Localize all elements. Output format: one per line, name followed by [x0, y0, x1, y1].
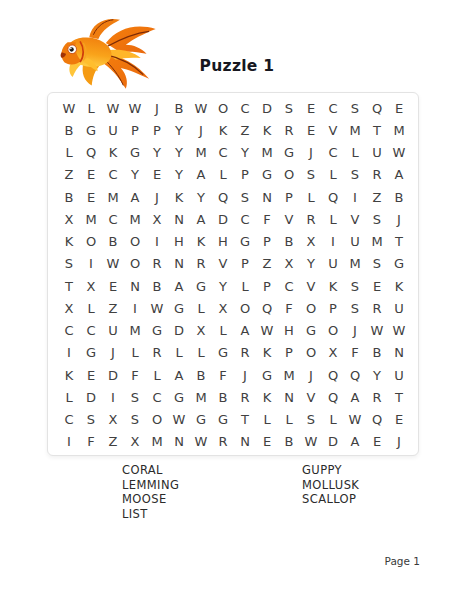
grid-cell[interactable]: O — [124, 231, 146, 253]
grid-cell[interactable]: T — [388, 231, 410, 253]
grid-cell[interactable]: R — [190, 253, 212, 275]
grid-cell[interactable]: X — [212, 297, 234, 319]
grid-cell[interactable]: S — [278, 97, 300, 119]
grid-cell[interactable]: M — [190, 142, 212, 164]
grid-cell[interactable]: A — [168, 275, 190, 297]
grid-cell[interactable]: M — [256, 142, 278, 164]
grid-cell[interactable]: X — [58, 208, 80, 230]
grid-cell[interactable]: C — [58, 409, 80, 431]
grid-cell[interactable]: J — [300, 364, 322, 386]
grid-cell[interactable]: K — [212, 119, 234, 141]
grid-cell[interactable]: K — [322, 275, 344, 297]
word-list-item: GUPPY — [302, 463, 359, 478]
grid-cell[interactable]: J — [388, 208, 410, 230]
grid-cell[interactable]: P — [124, 119, 146, 141]
grid-cell[interactable]: L — [212, 164, 234, 186]
grid-cell[interactable]: Z — [58, 164, 80, 186]
grid-cell[interactable]: M — [124, 208, 146, 230]
grid-cell[interactable]: B — [168, 97, 190, 119]
grid-cell[interactable]: I — [344, 186, 366, 208]
grid-cell[interactable]: Y — [234, 142, 256, 164]
grid-cell[interactable]: E — [102, 275, 124, 297]
grid-cell[interactable]: U — [366, 142, 388, 164]
grid-cell[interactable]: X — [102, 409, 124, 431]
grid-cell[interactable]: A — [190, 208, 212, 230]
word-list-item: CORAL — [122, 463, 179, 478]
grid-cell[interactable]: C — [234, 97, 256, 119]
grid-cell[interactable]: I — [322, 231, 344, 253]
grid-cell[interactable]: R — [278, 119, 300, 141]
grid-cell[interactable]: Y — [300, 253, 322, 275]
grid-cell[interactable]: W — [300, 431, 322, 453]
grid-cell[interactable]: V — [212, 253, 234, 275]
grid-cell[interactable]: G — [146, 320, 168, 342]
grid-cell[interactable]: G — [190, 275, 212, 297]
grid-cell[interactable]: W — [388, 142, 410, 164]
grid-cell[interactable]: V — [300, 386, 322, 408]
grid-cell[interactable]: P — [234, 253, 256, 275]
grid-cell[interactable]: S — [366, 208, 388, 230]
grid-cell[interactable]: M — [344, 119, 366, 141]
grid-cell[interactable]: V — [322, 119, 344, 141]
grid-cell[interactable]: S — [58, 253, 80, 275]
grid-cell[interactable]: K — [102, 142, 124, 164]
grid-cell[interactable]: D — [168, 320, 190, 342]
grid-cell[interactable]: X — [80, 275, 102, 297]
grid-cell[interactable]: L — [344, 142, 366, 164]
grid-cell[interactable]: L — [190, 297, 212, 319]
grid-cell[interactable]: L — [322, 164, 344, 186]
goldfish-image — [56, 14, 164, 92]
grid-cell[interactable]: W — [102, 97, 124, 119]
grid-cell[interactable]: C — [322, 97, 344, 119]
grid-cell[interactable]: U — [102, 119, 124, 141]
grid-cell[interactable]: H — [168, 231, 190, 253]
grid-cell[interactable]: L — [190, 342, 212, 364]
grid-cell[interactable]: W — [168, 409, 190, 431]
grid-cell[interactable]: L — [168, 342, 190, 364]
grid-cell[interactable]: M — [388, 119, 410, 141]
grid-cell[interactable]: J — [300, 142, 322, 164]
grid-cell[interactable]: K — [168, 186, 190, 208]
grid-cell[interactable]: X — [322, 342, 344, 364]
grid-cell[interactable]: O — [146, 409, 168, 431]
grid-cell[interactable]: P — [146, 119, 168, 141]
grid-cell[interactable]: O — [278, 164, 300, 186]
grid-cell[interactable]: C — [322, 142, 344, 164]
grid-cell[interactable]: A — [344, 431, 366, 453]
grid-cell[interactable]: T — [388, 386, 410, 408]
grid-cell[interactable]: C — [278, 275, 300, 297]
grid-cell[interactable]: J — [190, 119, 212, 141]
grid-cell[interactable]: G — [278, 142, 300, 164]
grid-cell[interactable]: R — [212, 431, 234, 453]
grid-cell[interactable]: G — [168, 297, 190, 319]
grid-cell[interactable]: U — [344, 231, 366, 253]
grid-cell[interactable]: E — [80, 164, 102, 186]
grid-cell[interactable]: F — [344, 342, 366, 364]
grid-cell[interactable]: Y — [212, 275, 234, 297]
grid-cell[interactable]: G — [256, 364, 278, 386]
grid-cell[interactable]: W — [102, 253, 124, 275]
grid-cell[interactable]: M — [366, 231, 388, 253]
grid-cell[interactable]: Q — [344, 364, 366, 386]
grid-cell[interactable]: S — [344, 164, 366, 186]
grid-cell[interactable]: G — [190, 409, 212, 431]
grid-cell[interactable]: S — [344, 297, 366, 319]
puzzle-page: Puzzle 1 WLWWJBWOCDSECSQEBGUPPYJKZKREVMT… — [0, 0, 474, 613]
grid-cell[interactable]: D — [322, 431, 344, 453]
grid-cell[interactable]: Q — [366, 97, 388, 119]
grid-cell[interactable]: S — [234, 186, 256, 208]
grid-cell[interactable]: F — [212, 364, 234, 386]
grid-cell[interactable]: A — [168, 364, 190, 386]
grid-cell[interactable]: R — [234, 342, 256, 364]
grid-cell[interactable]: B — [146, 275, 168, 297]
grid-cell[interactable]: A — [124, 186, 146, 208]
grid-cell[interactable]: Y — [124, 164, 146, 186]
grid-cell[interactable]: P — [256, 275, 278, 297]
grid-cell[interactable]: S — [300, 164, 322, 186]
grid-cell[interactable]: S — [366, 253, 388, 275]
grid-cell[interactable]: W — [58, 97, 80, 119]
word-list-right: GUPPYMOLLUSKSCALLOP — [302, 463, 359, 507]
grid-cell[interactable]: W — [344, 409, 366, 431]
grid-cell[interactable]: L — [58, 142, 80, 164]
grid-cell[interactable]: V — [300, 275, 322, 297]
grid-cell[interactable]: X — [58, 297, 80, 319]
grid-cell[interactable]: R — [146, 342, 168, 364]
grid-cell[interactable]: R — [366, 164, 388, 186]
grid-cell[interactable]: U — [388, 364, 410, 386]
grid-cell[interactable]: Y — [168, 119, 190, 141]
grid-cell[interactable]: G — [212, 342, 234, 364]
word-list-item: MOOSE — [122, 492, 179, 507]
grid-cell[interactable]: U — [388, 297, 410, 319]
grid-cell[interactable]: Y — [168, 142, 190, 164]
grid-cell[interactable]: U — [322, 253, 344, 275]
grid-cell[interactable]: I — [58, 342, 80, 364]
grid-cell[interactable]: Y — [190, 186, 212, 208]
grid-cell[interactable]: J — [388, 431, 410, 453]
grid-cell[interactable]: N — [168, 253, 190, 275]
grid-cell[interactable]: Z — [102, 431, 124, 453]
grid-cell[interactable]: G — [256, 164, 278, 186]
grid-cell[interactable]: M — [190, 386, 212, 408]
grid-cell[interactable]: E — [80, 186, 102, 208]
grid-cell[interactable]: I — [102, 386, 124, 408]
grid-cell[interactable]: B — [212, 386, 234, 408]
grid-cell[interactable]: N — [234, 431, 256, 453]
grid-cell[interactable]: D — [256, 97, 278, 119]
grid-cell[interactable]: R — [234, 386, 256, 408]
grid-cell[interactable]: K — [58, 231, 80, 253]
grid-cell[interactable]: X — [146, 208, 168, 230]
grid-cell[interactable]: J — [102, 342, 124, 364]
grid-cell[interactable]: K — [256, 119, 278, 141]
grid-cell[interactable]: Y — [168, 164, 190, 186]
grid-cell[interactable]: D — [80, 386, 102, 408]
grid-cell[interactable]: M — [80, 208, 102, 230]
grid-cell[interactable]: K — [58, 364, 80, 386]
grid-cell[interactable]: C — [102, 164, 124, 186]
grid-cell[interactable]: E — [146, 164, 168, 186]
grid-cell[interactable]: Q — [322, 386, 344, 408]
grid-cell[interactable]: L — [322, 208, 344, 230]
grid-cell[interactable]: A — [190, 164, 212, 186]
grid-cell[interactable]: N — [256, 186, 278, 208]
grid-cell[interactable]: L — [234, 275, 256, 297]
grid-cell[interactable]: J — [344, 320, 366, 342]
grid-cell[interactable]: L — [256, 409, 278, 431]
grid-cell[interactable]: O — [234, 297, 256, 319]
grid-cell[interactable]: I — [146, 231, 168, 253]
grid-cell[interactable]: O — [212, 97, 234, 119]
grid-cell[interactable]: W — [190, 431, 212, 453]
grid-cell[interactable]: O — [80, 231, 102, 253]
grid-cell[interactable]: S — [124, 386, 146, 408]
grid-cell[interactable]: C — [212, 142, 234, 164]
grid-cell[interactable]: I — [124, 297, 146, 319]
grid-cell[interactable]: B — [102, 231, 124, 253]
grid-cell[interactable]: T — [366, 119, 388, 141]
word-list-item: MOLLUSK — [302, 478, 359, 493]
grid-cell[interactable]: Z — [234, 119, 256, 141]
grid-cell[interactable]: M — [278, 364, 300, 386]
grid-cell[interactable]: O — [322, 320, 344, 342]
grid-cell[interactable]: W — [124, 97, 146, 119]
grid-cell[interactable]: G — [388, 253, 410, 275]
word-search-card: WLWWJBWOCDSECSQEBGUPPYJKZKREVMTMLQKGYYMC… — [47, 92, 419, 456]
page-number: Page 1 — [385, 555, 420, 567]
grid-cell[interactable]: X — [300, 231, 322, 253]
grid-cell[interactable]: X — [190, 320, 212, 342]
grid-cell[interactable]: B — [278, 431, 300, 453]
grid-cell[interactable]: B — [366, 342, 388, 364]
grid-cell[interactable]: P — [234, 164, 256, 186]
grid-cell[interactable]: W — [256, 320, 278, 342]
grid-cell[interactable]: H — [278, 320, 300, 342]
grid-cell[interactable]: O — [300, 297, 322, 319]
grid-cell[interactable]: O — [124, 253, 146, 275]
grid-cell[interactable]: Z — [102, 297, 124, 319]
grid-cell[interactable]: K — [256, 386, 278, 408]
grid-cell[interactable]: E — [256, 431, 278, 453]
grid-cell[interactable]: V — [344, 208, 366, 230]
grid-cell[interactable]: V — [278, 208, 300, 230]
grid-cell[interactable]: E — [388, 97, 410, 119]
grid-cell[interactable]: M — [344, 253, 366, 275]
grid-cell[interactable]: Q — [256, 297, 278, 319]
grid-cell[interactable]: Q — [322, 364, 344, 386]
grid-cell[interactable]: C — [80, 320, 102, 342]
grid-cell[interactable]: Q — [80, 142, 102, 164]
grid-cell[interactable]: S — [124, 409, 146, 431]
grid-cell[interactable]: L — [80, 297, 102, 319]
grid-cell[interactable]: N — [168, 431, 190, 453]
grid-cell[interactable]: S — [344, 97, 366, 119]
grid-cell[interactable]: C — [234, 208, 256, 230]
grid-cell[interactable]: X — [278, 253, 300, 275]
grid-cell[interactable]: G — [80, 342, 102, 364]
grid-cell[interactable]: N — [124, 275, 146, 297]
grid-cell[interactable]: L — [300, 186, 322, 208]
grid-cell[interactable]: F — [80, 431, 102, 453]
page-title: Puzzle 1 — [0, 57, 474, 75]
grid-cell[interactable]: C — [102, 208, 124, 230]
grid-cell[interactable]: G — [168, 386, 190, 408]
grid-cell[interactable]: I — [58, 431, 80, 453]
grid-cell[interactable]: L — [58, 386, 80, 408]
grid-cell[interactable]: S — [344, 275, 366, 297]
grid-cell[interactable]: Z — [256, 253, 278, 275]
grid-cell[interactable]: L — [146, 364, 168, 386]
grid-cell[interactable]: W — [388, 320, 410, 342]
grid-cell[interactable]: B — [190, 364, 212, 386]
grid-cell[interactable]: Q — [212, 186, 234, 208]
grid-cell[interactable]: L — [278, 409, 300, 431]
grid-cell[interactable]: T — [58, 275, 80, 297]
grid-cell[interactable]: G — [212, 409, 234, 431]
grid-cell[interactable]: G — [300, 320, 322, 342]
grid-cell[interactable]: Y — [146, 142, 168, 164]
grid-cell[interactable]: F — [278, 297, 300, 319]
grid-cell[interactable]: X — [124, 431, 146, 453]
grid-cell[interactable]: E — [80, 364, 102, 386]
word-list-left: CORALLEMMINGMOOSELIST — [122, 463, 179, 522]
word-grid: WLWWJBWOCDSECSQEBGUPPYJKZKREVMTMLQKGYYMC… — [58, 97, 410, 453]
grid-cell[interactable]: P — [278, 342, 300, 364]
grid-cell[interactable]: O — [300, 342, 322, 364]
grid-cell[interactable]: B — [58, 119, 80, 141]
grid-cell[interactable]: B — [278, 231, 300, 253]
grid-cell[interactable]: N — [388, 342, 410, 364]
grid-cell[interactable]: R — [300, 208, 322, 230]
grid-cell[interactable]: A — [234, 320, 256, 342]
grid-cell[interactable]: F — [256, 208, 278, 230]
grid-cell[interactable]: E — [300, 119, 322, 141]
grid-cell[interactable]: D — [102, 364, 124, 386]
grid-cell[interactable]: K — [256, 342, 278, 364]
grid-cell[interactable]: H — [212, 231, 234, 253]
grid-cell[interactable]: B — [58, 186, 80, 208]
grid-cell[interactable]: S — [300, 409, 322, 431]
grid-cell[interactable]: L — [124, 342, 146, 364]
grid-cell[interactable]: C — [146, 386, 168, 408]
grid-cell[interactable]: R — [366, 386, 388, 408]
grid-cell[interactable]: L — [80, 97, 102, 119]
grid-cell[interactable]: W — [146, 297, 168, 319]
grid-cell[interactable]: E — [300, 97, 322, 119]
grid-cell[interactable]: R — [366, 297, 388, 319]
grid-cell[interactable]: J — [234, 364, 256, 386]
grid-cell[interactable]: L — [212, 320, 234, 342]
grid-cell[interactable]: W — [190, 97, 212, 119]
grid-cell[interactable]: G — [80, 119, 102, 141]
grid-cell[interactable]: E — [366, 275, 388, 297]
grid-cell[interactable]: K — [190, 231, 212, 253]
grid-cell[interactable]: Y — [366, 364, 388, 386]
grid-cell[interactable]: D — [212, 208, 234, 230]
grid-cell[interactable]: I — [80, 253, 102, 275]
grid-cell[interactable]: M — [102, 186, 124, 208]
grid-cell[interactable]: F — [124, 364, 146, 386]
grid-cell[interactable]: B — [388, 186, 410, 208]
grid-cell[interactable]: E — [366, 431, 388, 453]
grid-cell[interactable]: A — [388, 164, 410, 186]
word-list-item: LIST — [122, 507, 179, 522]
word-list-item: LEMMING — [122, 478, 179, 493]
grid-cell[interactable]: P — [256, 231, 278, 253]
grid-cell[interactable]: W — [366, 320, 388, 342]
grid-cell[interactable]: M — [124, 320, 146, 342]
grid-cell[interactable]: Z — [366, 186, 388, 208]
grid-cell[interactable]: G — [234, 231, 256, 253]
grid-cell[interactable]: J — [146, 97, 168, 119]
grid-cell[interactable]: M — [146, 431, 168, 453]
grid-cell[interactable]: Q — [366, 409, 388, 431]
grid-cell[interactable]: S — [80, 409, 102, 431]
grid-cell[interactable]: L — [322, 409, 344, 431]
grid-cell[interactable]: T — [234, 409, 256, 431]
grid-cell[interactable]: P — [278, 186, 300, 208]
grid-cell[interactable]: R — [146, 253, 168, 275]
grid-cell[interactable]: P — [322, 297, 344, 319]
word-list-item: SCALLOP — [302, 492, 359, 507]
grid-cell[interactable]: C — [58, 320, 80, 342]
grid-cell[interactable]: G — [124, 142, 146, 164]
grid-cell[interactable]: J — [146, 186, 168, 208]
grid-cell[interactable]: K — [388, 275, 410, 297]
grid-cell[interactable]: E — [388, 409, 410, 431]
grid-cell[interactable]: N — [168, 208, 190, 230]
grid-cell[interactable]: Q — [322, 186, 344, 208]
grid-cell[interactable]: A — [344, 386, 366, 408]
grid-cell[interactable]: U — [102, 320, 124, 342]
grid-cell[interactable]: N — [278, 386, 300, 408]
